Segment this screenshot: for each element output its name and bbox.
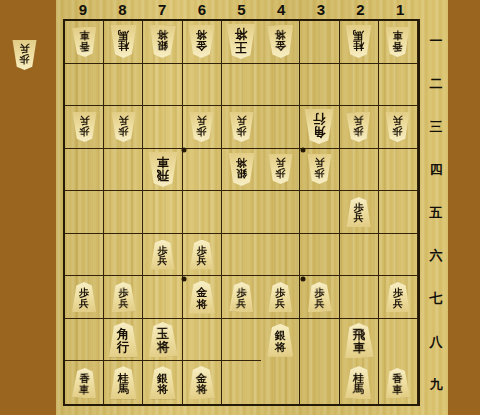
square-1-6[interactable] bbox=[379, 234, 418, 277]
rank-label-4: 四 bbox=[422, 148, 450, 191]
file-label-8: 8 bbox=[103, 1, 143, 18]
rank-label-8: 八 bbox=[422, 320, 450, 363]
square-8-7[interactable]: 歩兵 bbox=[104, 276, 143, 319]
gote-gold: 金将 bbox=[188, 25, 215, 58]
square-6-9[interactable]: 金将 bbox=[183, 361, 222, 404]
square-8-2[interactable] bbox=[104, 64, 143, 107]
gote-pawn: 歩兵 bbox=[385, 112, 410, 142]
gote-knight: 桂馬 bbox=[110, 25, 137, 58]
hoshi-dot bbox=[182, 148, 187, 153]
hoshi-dot bbox=[301, 148, 306, 153]
rank-label-3: 三 bbox=[422, 105, 450, 148]
square-6-4[interactable] bbox=[183, 149, 222, 192]
gote-pawn: 歩兵 bbox=[189, 112, 214, 142]
sente-pawn: 歩兵 bbox=[307, 282, 333, 313]
sente-rook: 飛車 bbox=[343, 322, 374, 358]
square-9-9[interactable]: 香車 bbox=[65, 361, 104, 404]
square-3-9[interactable] bbox=[300, 361, 339, 404]
rank-label-6: 六 bbox=[422, 234, 450, 277]
square-9-5[interactable] bbox=[65, 191, 104, 234]
square-4-8[interactable]: 銀将 bbox=[261, 319, 300, 362]
square-7-1[interactable]: 銀将 bbox=[143, 21, 182, 64]
sente-pawn: 歩兵 bbox=[229, 282, 255, 313]
square-3-4[interactable]: 歩兵 bbox=[300, 149, 339, 192]
shogi-board: 香車桂馬銀将金将王将金将桂馬香車歩兵歩兵歩兵歩兵角行歩兵歩兵飛車銀将歩兵歩兵歩兵… bbox=[63, 19, 420, 406]
square-1-3[interactable]: 歩兵 bbox=[379, 106, 418, 149]
square-5-6[interactable] bbox=[222, 234, 261, 277]
square-5-8[interactable] bbox=[222, 319, 261, 362]
square-9-7[interactable]: 歩兵 bbox=[65, 276, 104, 319]
file-label-2: 2 bbox=[341, 1, 381, 18]
gote-bishop: 角行 bbox=[304, 109, 334, 144]
gote-pawn: 歩兵 bbox=[307, 154, 332, 184]
rank-labels: 一二三四五六七八九 bbox=[422, 19, 450, 406]
square-6-6[interactable]: 歩兵 bbox=[183, 234, 222, 277]
square-4-4[interactable]: 歩兵 bbox=[261, 149, 300, 192]
square-2-8[interactable]: 飛車 bbox=[340, 319, 379, 362]
square-4-3[interactable] bbox=[261, 106, 300, 149]
sente-king: 玉将 bbox=[147, 322, 178, 358]
sente-silver: 銀将 bbox=[149, 366, 176, 399]
square-8-3[interactable]: 歩兵 bbox=[104, 106, 143, 149]
square-1-9[interactable]: 香車 bbox=[379, 361, 418, 404]
file-label-5: 5 bbox=[222, 1, 262, 18]
square-5-3[interactable]: 歩兵 bbox=[222, 106, 261, 149]
square-2-9[interactable]: 桂馬 bbox=[340, 361, 379, 404]
rank-label-9: 九 bbox=[422, 363, 450, 406]
sente-pawn: 歩兵 bbox=[110, 282, 136, 313]
file-label-9: 9 bbox=[63, 1, 103, 18]
gote-hand-pawn[interactable]: 歩兵 bbox=[12, 40, 37, 70]
square-4-2[interactable] bbox=[261, 64, 300, 107]
sente-pawn: 歩兵 bbox=[268, 282, 293, 312]
gote-king: 王将 bbox=[226, 24, 256, 59]
file-label-6: 6 bbox=[182, 1, 222, 18]
gote-pawn: 歩兵 bbox=[72, 112, 97, 142]
gote-knight: 桂馬 bbox=[345, 25, 372, 58]
square-2-5[interactable]: 歩兵 bbox=[340, 191, 379, 234]
file-label-3: 3 bbox=[301, 1, 341, 18]
square-2-4[interactable] bbox=[340, 149, 379, 192]
sente-pawn: 歩兵 bbox=[385, 282, 410, 312]
square-7-4[interactable]: 飛車 bbox=[143, 149, 182, 192]
gote-pawn: 歩兵 bbox=[268, 154, 293, 184]
shogi-diagram: 歩兵 987654321 一二三四五六七八九 香車桂馬銀将金将王将金将桂馬香車歩… bbox=[0, 0, 480, 415]
square-6-1[interactable]: 金将 bbox=[183, 21, 222, 64]
square-7-8[interactable]: 玉将 bbox=[143, 319, 182, 362]
file-label-4: 4 bbox=[261, 1, 301, 18]
gote-silver: 銀将 bbox=[149, 25, 177, 59]
square-6-2[interactable] bbox=[183, 64, 222, 107]
square-3-5[interactable] bbox=[300, 191, 339, 234]
square-8-6[interactable] bbox=[104, 234, 143, 277]
square-9-8[interactable] bbox=[65, 319, 104, 362]
file-labels: 987654321 bbox=[63, 0, 420, 19]
square-5-4[interactable]: 銀将 bbox=[222, 149, 261, 192]
sente-pawn: 歩兵 bbox=[150, 240, 175, 270]
file-label-7: 7 bbox=[142, 1, 182, 18]
sente-lance: 香車 bbox=[71, 367, 97, 398]
square-9-4[interactable] bbox=[65, 149, 104, 192]
gote-pawn: 歩兵 bbox=[229, 112, 254, 142]
gote-lance: 香車 bbox=[71, 26, 97, 57]
square-4-9[interactable] bbox=[261, 361, 300, 404]
square-3-7[interactable]: 歩兵 bbox=[300, 276, 339, 319]
gote-pawn: 歩兵 bbox=[346, 112, 372, 143]
square-1-1[interactable]: 香車 bbox=[379, 21, 418, 64]
square-1-8[interactable] bbox=[379, 319, 418, 362]
square-1-4[interactable] bbox=[379, 149, 418, 192]
square-1-7[interactable]: 歩兵 bbox=[379, 276, 418, 319]
square-1-2[interactable] bbox=[379, 64, 418, 107]
rank-label-5: 五 bbox=[422, 191, 450, 234]
square-6-3[interactable]: 歩兵 bbox=[183, 106, 222, 149]
square-2-7[interactable] bbox=[340, 276, 379, 319]
gote-gold: 金将 bbox=[266, 25, 294, 59]
hoshi-dot bbox=[301, 277, 306, 282]
sente-knight: 桂馬 bbox=[345, 366, 373, 400]
square-2-1[interactable]: 桂馬 bbox=[340, 21, 379, 64]
square-5-1[interactable]: 王将 bbox=[222, 21, 261, 64]
square-5-5[interactable] bbox=[222, 191, 261, 234]
square-6-7[interactable]: 金将 bbox=[183, 276, 222, 319]
square-3-6[interactable] bbox=[300, 234, 339, 277]
square-2-2[interactable] bbox=[340, 64, 379, 107]
square-2-6[interactable] bbox=[340, 234, 379, 277]
square-4-1[interactable]: 金将 bbox=[261, 21, 300, 64]
square-7-6[interactable]: 歩兵 bbox=[143, 234, 182, 277]
square-3-8[interactable] bbox=[300, 319, 339, 362]
square-9-3[interactable]: 歩兵 bbox=[65, 106, 104, 149]
rank-label-2: 二 bbox=[422, 62, 450, 105]
square-9-2[interactable] bbox=[65, 64, 104, 107]
gote-rook: 飛車 bbox=[148, 152, 178, 187]
square-8-4[interactable] bbox=[104, 149, 143, 192]
square-5-7[interactable]: 歩兵 bbox=[222, 276, 261, 319]
square-4-5[interactable] bbox=[261, 191, 300, 234]
rank-label-1: 一 bbox=[422, 19, 450, 62]
sente-lance: 香車 bbox=[385, 367, 411, 398]
file-label-1: 1 bbox=[380, 1, 420, 18]
square-3-1[interactable] bbox=[300, 21, 339, 64]
sente-pawn: 歩兵 bbox=[189, 240, 214, 270]
sente-pawn: 歩兵 bbox=[72, 282, 97, 312]
square-9-1[interactable]: 香車 bbox=[65, 21, 104, 64]
square-1-5[interactable] bbox=[379, 191, 418, 234]
square-5-9[interactable] bbox=[222, 361, 261, 404]
square-7-7[interactable] bbox=[143, 276, 182, 319]
square-8-8[interactable]: 角行 bbox=[104, 319, 143, 362]
hoshi-dot bbox=[182, 277, 187, 282]
square-3-2[interactable] bbox=[300, 64, 339, 107]
sente-gold: 金将 bbox=[188, 281, 215, 314]
gote-pawn: 歩兵 bbox=[111, 112, 136, 142]
square-7-5[interactable] bbox=[143, 191, 182, 234]
square-6-8[interactable] bbox=[183, 319, 222, 362]
sente-knight: 桂馬 bbox=[110, 366, 137, 399]
square-7-3[interactable] bbox=[143, 106, 182, 149]
sente-pawn: 歩兵 bbox=[346, 197, 371, 227]
board-panel: 987654321 一二三四五六七八九 香車桂馬銀将金将王将金将桂馬香車歩兵歩兵… bbox=[56, 0, 448, 415]
rank-label-7: 七 bbox=[422, 277, 450, 320]
square-4-6[interactable] bbox=[261, 234, 300, 277]
square-5-2[interactable] bbox=[222, 64, 261, 107]
gote-hand: 歩兵 bbox=[12, 40, 37, 70]
gote-silver: 銀将 bbox=[228, 153, 255, 186]
square-2-3[interactable]: 歩兵 bbox=[340, 106, 379, 149]
square-3-3[interactable]: 角行 bbox=[300, 106, 339, 149]
gote-lance: 香車 bbox=[385, 27, 410, 57]
square-7-9[interactable]: 銀将 bbox=[143, 361, 182, 404]
square-4-7[interactable]: 歩兵 bbox=[261, 276, 300, 319]
square-9-6[interactable] bbox=[65, 234, 104, 277]
square-8-1[interactable]: 桂馬 bbox=[104, 21, 143, 64]
square-7-2[interactable] bbox=[143, 64, 182, 107]
sente-silver: 銀将 bbox=[267, 324, 294, 357]
sente-gold: 金将 bbox=[188, 366, 216, 400]
square-6-5[interactable] bbox=[183, 191, 222, 234]
square-8-9[interactable]: 桂馬 bbox=[104, 361, 143, 404]
sente-bishop: 角行 bbox=[108, 322, 138, 357]
square-8-5[interactable] bbox=[104, 191, 143, 234]
